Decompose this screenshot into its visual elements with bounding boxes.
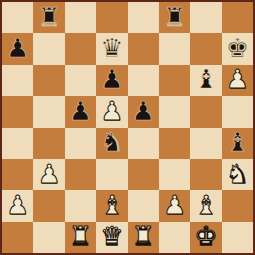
square-g3[interactable] [190, 159, 221, 190]
square-d4[interactable]: ♞ [96, 128, 127, 159]
chess-board-frame: ♜♜♟♛♚♟♝♟♟♟♟♞♝♟♞♟♝♟♝♜♛♜♚ [0, 0, 255, 255]
square-e8[interactable] [128, 2, 159, 33]
square-e7[interactable] [128, 33, 159, 64]
square-f8[interactable]: ♜ [159, 2, 190, 33]
piece-white-pawn: ♟ [100, 98, 123, 124]
piece-white-king: ♚ [194, 223, 217, 249]
square-c4[interactable] [65, 128, 96, 159]
square-g7[interactable] [190, 33, 221, 64]
square-g8[interactable] [190, 2, 221, 33]
piece-black-king: ♚ [226, 35, 249, 61]
square-e5[interactable]: ♟ [128, 96, 159, 127]
square-a7[interactable]: ♟ [2, 33, 33, 64]
square-f6[interactable] [159, 65, 190, 96]
square-d2[interactable]: ♝ [96, 190, 127, 221]
piece-black-pawn: ♟ [100, 66, 123, 92]
square-d5[interactable]: ♟ [96, 96, 127, 127]
piece-white-bishop: ♝ [100, 192, 123, 218]
piece-white-knight: ♞ [226, 161, 249, 187]
square-b8[interactable]: ♜ [33, 2, 64, 33]
square-a6[interactable] [2, 65, 33, 96]
piece-white-rook: ♜ [132, 223, 155, 249]
square-e3[interactable] [128, 159, 159, 190]
square-g5[interactable] [190, 96, 221, 127]
square-h3[interactable]: ♞ [222, 159, 253, 190]
piece-black-rook: ♜ [163, 4, 186, 30]
square-h8[interactable] [222, 2, 253, 33]
square-a8[interactable] [2, 2, 33, 33]
piece-black-bishop: ♝ [226, 129, 249, 155]
square-c2[interactable] [65, 190, 96, 221]
square-c8[interactable] [65, 2, 96, 33]
square-e1[interactable]: ♜ [128, 222, 159, 253]
piece-black-queen: ♛ [100, 35, 123, 61]
square-c1[interactable]: ♜ [65, 222, 96, 253]
square-e6[interactable] [128, 65, 159, 96]
square-h5[interactable] [222, 96, 253, 127]
square-a2[interactable]: ♟ [2, 190, 33, 221]
piece-black-rook: ♜ [37, 4, 60, 30]
piece-black-pawn: ♟ [6, 35, 29, 61]
square-g2[interactable]: ♝ [190, 190, 221, 221]
square-b6[interactable] [33, 65, 64, 96]
square-g1[interactable]: ♚ [190, 222, 221, 253]
square-a4[interactable] [2, 128, 33, 159]
square-b2[interactable] [33, 190, 64, 221]
square-f4[interactable] [159, 128, 190, 159]
square-e4[interactable] [128, 128, 159, 159]
square-f2[interactable]: ♟ [159, 190, 190, 221]
square-d8[interactable] [96, 2, 127, 33]
piece-white-pawn: ♟ [6, 192, 29, 218]
piece-black-knight: ♞ [100, 129, 123, 155]
square-g4[interactable] [190, 128, 221, 159]
piece-black-pawn: ♟ [132, 98, 155, 124]
square-h2[interactable] [222, 190, 253, 221]
square-d6[interactable]: ♟ [96, 65, 127, 96]
square-b3[interactable]: ♟ [33, 159, 64, 190]
square-g6[interactable]: ♝ [190, 65, 221, 96]
square-d7[interactable]: ♛ [96, 33, 127, 64]
square-c7[interactable] [65, 33, 96, 64]
square-a1[interactable] [2, 222, 33, 253]
piece-black-pawn: ♟ [69, 98, 92, 124]
square-a5[interactable] [2, 96, 33, 127]
piece-white-pawn: ♟ [37, 161, 60, 187]
square-h6[interactable]: ♟ [222, 65, 253, 96]
square-h1[interactable] [222, 222, 253, 253]
square-b4[interactable] [33, 128, 64, 159]
square-c3[interactable] [65, 159, 96, 190]
square-d1[interactable]: ♛ [96, 222, 127, 253]
piece-white-pawn: ♟ [163, 192, 186, 218]
square-b5[interactable] [33, 96, 64, 127]
square-f3[interactable] [159, 159, 190, 190]
square-h4[interactable]: ♝ [222, 128, 253, 159]
piece-black-bishop: ♝ [194, 66, 217, 92]
square-e2[interactable] [128, 190, 159, 221]
square-c5[interactable]: ♟ [65, 96, 96, 127]
square-d3[interactable] [96, 159, 127, 190]
chess-board: ♜♜♟♛♚♟♝♟♟♟♟♞♝♟♞♟♝♟♝♜♛♜♚ [2, 2, 253, 253]
square-b7[interactable] [33, 33, 64, 64]
square-a3[interactable] [2, 159, 33, 190]
square-h7[interactable]: ♚ [222, 33, 253, 64]
piece-white-queen: ♛ [100, 223, 123, 249]
square-f7[interactable] [159, 33, 190, 64]
square-f5[interactable] [159, 96, 190, 127]
square-b1[interactable] [33, 222, 64, 253]
piece-white-bishop: ♝ [194, 192, 217, 218]
piece-white-rook: ♜ [69, 223, 92, 249]
square-c6[interactable] [65, 65, 96, 96]
square-f1[interactable] [159, 222, 190, 253]
piece-white-pawn: ♟ [226, 66, 249, 92]
